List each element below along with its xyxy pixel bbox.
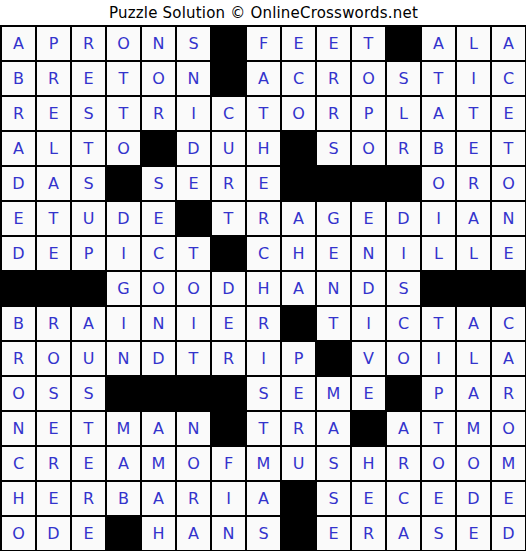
cell-r14c8: A — [247, 482, 280, 515]
cell-r14c14: D — [457, 482, 490, 515]
cell-r11c3: S — [72, 377, 105, 410]
title-bar: Puzzle Solution © OnlineCrosswords.net — [0, 0, 526, 25]
cell-r15c6: A — [177, 517, 210, 550]
cell-r7c12: I — [387, 237, 420, 270]
cell-r12c1: N — [2, 412, 35, 445]
cell-r5c2: A — [37, 167, 70, 200]
cell-r9c7: E — [212, 307, 245, 340]
cell-r1c13: A — [422, 27, 455, 60]
cell-r5c8: E — [247, 167, 280, 200]
black-cell-r8c14 — [457, 272, 490, 305]
cell-r8c10: N — [317, 272, 350, 305]
cell-r14c4: B — [107, 482, 140, 515]
cell-r12c12: A — [387, 412, 420, 445]
cell-r1c5: N — [142, 27, 175, 60]
cell-r6c1: E — [2, 202, 35, 235]
black-cell-r6c6 — [177, 202, 210, 235]
cell-r3c12: L — [387, 97, 420, 130]
cell-r4c8: H — [247, 132, 280, 165]
cell-r1c4: O — [107, 27, 140, 60]
cell-r2c5: O — [142, 62, 175, 95]
cell-r9c15: C — [492, 307, 525, 340]
cell-r12c8: T — [247, 412, 280, 445]
cell-r12c14: M — [457, 412, 490, 445]
cell-r8c7: D — [212, 272, 245, 305]
cell-r4c3: T — [72, 132, 105, 165]
cell-r2c8: A — [247, 62, 280, 95]
cell-r7c11: N — [352, 237, 385, 270]
black-cell-r14c9 — [282, 482, 315, 515]
cell-r2c4: T — [107, 62, 140, 95]
cell-r14c10: S — [317, 482, 350, 515]
cell-r3c13: A — [422, 97, 455, 130]
cell-r9c5: N — [142, 307, 175, 340]
black-cell-r10c10 — [317, 342, 350, 375]
cell-r13c9: U — [282, 447, 315, 480]
black-cell-r11c5 — [142, 377, 175, 410]
cell-r3c10: R — [317, 97, 350, 130]
black-cell-r8c1 — [2, 272, 35, 305]
cell-r4c15: T — [492, 132, 525, 165]
cell-r7c14: L — [457, 237, 490, 270]
cell-r5c15: O — [492, 167, 525, 200]
black-cell-r5c9 — [282, 167, 315, 200]
cell-r3c8: T — [247, 97, 280, 130]
black-cell-r5c12 — [387, 167, 420, 200]
cell-r2c3: E — [72, 62, 105, 95]
cell-r12c3: T — [72, 412, 105, 445]
cell-r6c5: E — [142, 202, 175, 235]
cell-r14c5: A — [142, 482, 175, 515]
cell-r5c14: R — [457, 167, 490, 200]
cell-r3c4: T — [107, 97, 140, 130]
cell-r7c9: H — [282, 237, 315, 270]
black-cell-r11c7 — [212, 377, 245, 410]
cell-r2c1: B — [2, 62, 35, 95]
cell-r6c10: G — [317, 202, 350, 235]
cell-r5c7: R — [212, 167, 245, 200]
cell-r11c2: S — [37, 377, 70, 410]
black-cell-r8c15 — [492, 272, 525, 305]
cell-r1c3: R — [72, 27, 105, 60]
cell-r10c5: D — [142, 342, 175, 375]
cell-r1c2: P — [37, 27, 70, 60]
cell-r5c5: S — [142, 167, 175, 200]
cell-r3c5: R — [142, 97, 175, 130]
cell-r9c4: I — [107, 307, 140, 340]
cell-r14c15: E — [492, 482, 525, 515]
black-cell-r5c10 — [317, 167, 350, 200]
cell-r15c3: E — [72, 517, 105, 550]
cell-r13c8: M — [247, 447, 280, 480]
cell-r7c6: T — [177, 237, 210, 270]
cell-r13c13: O — [422, 447, 455, 480]
cell-r10c8: I — [247, 342, 280, 375]
black-cell-r2c7 — [212, 62, 245, 95]
cell-r12c6: N — [177, 412, 210, 445]
cell-r14c2: E — [37, 482, 70, 515]
cell-r8c6: O — [177, 272, 210, 305]
cell-r13c14: O — [457, 447, 490, 480]
cell-r2c6: N — [177, 62, 210, 95]
black-cell-r15c4 — [107, 517, 140, 550]
cell-r1c14: L — [457, 27, 490, 60]
cell-r10c6: T — [177, 342, 210, 375]
cell-r14c12: C — [387, 482, 420, 515]
cell-r2c13: T — [422, 62, 455, 95]
cell-r10c15: A — [492, 342, 525, 375]
cell-r15c1: O — [2, 517, 35, 550]
black-cell-r8c3 — [72, 272, 105, 305]
cell-r13c12: R — [387, 447, 420, 480]
cell-r9c3: A — [72, 307, 105, 340]
cell-r9c13: T — [422, 307, 455, 340]
cell-r2c2: R — [37, 62, 70, 95]
cell-r7c13: L — [422, 237, 455, 270]
black-cell-r8c13 — [422, 272, 455, 305]
cell-r9c6: I — [177, 307, 210, 340]
cell-r6c11: E — [352, 202, 385, 235]
cell-r14c11: E — [352, 482, 385, 515]
cell-r14c6: R — [177, 482, 210, 515]
cell-r8c8: H — [247, 272, 280, 305]
cell-r11c9: E — [282, 377, 315, 410]
cell-r10c13: I — [422, 342, 455, 375]
black-cell-r5c11 — [352, 167, 385, 200]
cell-r12c5: A — [142, 412, 175, 445]
cell-r7c5: C — [142, 237, 175, 270]
cell-r12c4: M — [107, 412, 140, 445]
cell-r14c1: H — [2, 482, 35, 515]
cell-r4c11: O — [352, 132, 385, 165]
cell-r10c3: U — [72, 342, 105, 375]
cell-r9c10: T — [317, 307, 350, 340]
cell-r4c6: D — [177, 132, 210, 165]
cell-r7c4: I — [107, 237, 140, 270]
cell-r9c14: A — [457, 307, 490, 340]
cell-r10c7: R — [212, 342, 245, 375]
cell-r2c14: I — [457, 62, 490, 95]
cell-r5c1: D — [2, 167, 35, 200]
cell-r11c1: O — [2, 377, 35, 410]
cell-r3c14: T — [457, 97, 490, 130]
cell-r11c10: M — [317, 377, 350, 410]
cell-r6c2: T — [37, 202, 70, 235]
cell-r10c2: O — [37, 342, 70, 375]
cell-r3c6: I — [177, 97, 210, 130]
page-title: Puzzle Solution © OnlineCrosswords.net — [109, 4, 418, 22]
black-cell-r12c7 — [212, 412, 245, 445]
cell-r3c3: S — [72, 97, 105, 130]
cell-r6c3: U — [72, 202, 105, 235]
cell-r15c12: A — [387, 517, 420, 550]
cell-r4c1: A — [2, 132, 35, 165]
black-cell-r11c4 — [107, 377, 140, 410]
cell-r2c15: C — [492, 62, 525, 95]
cell-r13c6: O — [177, 447, 210, 480]
cell-r3c9: O — [282, 97, 315, 130]
cell-r8c5: O — [142, 272, 175, 305]
black-cell-r11c12 — [387, 377, 420, 410]
cell-r15c7: N — [212, 517, 245, 550]
cell-r10c11: V — [352, 342, 385, 375]
cell-r8c4: G — [107, 272, 140, 305]
cell-r4c10: S — [317, 132, 350, 165]
cell-r5c6: E — [177, 167, 210, 200]
cell-r6c14: A — [457, 202, 490, 235]
cell-r1c10: E — [317, 27, 350, 60]
cell-r6c15: N — [492, 202, 525, 235]
cell-r14c13: E — [422, 482, 455, 515]
cell-r11c15: R — [492, 377, 525, 410]
cell-r2c11: O — [352, 62, 385, 95]
cell-r8c9: A — [282, 272, 315, 305]
cell-r12c10: A — [317, 412, 350, 445]
black-cell-r4c9 — [282, 132, 315, 165]
cell-r12c9: R — [282, 412, 315, 445]
black-cell-r15c9 — [282, 517, 315, 550]
cell-r15c13: S — [422, 517, 455, 550]
puzzle-solution-page: Puzzle Solution © OnlineCrosswords.net A… — [0, 0, 526, 551]
cell-r10c4: N — [107, 342, 140, 375]
cell-r4c2: L — [37, 132, 70, 165]
cell-r13c3: E — [72, 447, 105, 480]
black-cell-r12c11 — [352, 412, 385, 445]
cell-r13c4: A — [107, 447, 140, 480]
cell-r9c8: R — [247, 307, 280, 340]
cell-r12c15: O — [492, 412, 525, 445]
cell-r9c12: C — [387, 307, 420, 340]
cell-r13c15: M — [492, 447, 525, 480]
black-cell-r9c9 — [282, 307, 315, 340]
cell-r10c12: O — [387, 342, 420, 375]
cell-r13c7: F — [212, 447, 245, 480]
cell-r1c15: A — [492, 27, 525, 60]
cell-r15c14: E — [457, 517, 490, 550]
cell-r11c13: P — [422, 377, 455, 410]
cell-r13c2: R — [37, 447, 70, 480]
cell-r9c11: I — [352, 307, 385, 340]
black-cell-r11c6 — [177, 377, 210, 410]
cell-r15c15: D — [492, 517, 525, 550]
cell-r12c13: T — [422, 412, 455, 445]
cell-r9c1: B — [2, 307, 35, 340]
cell-r10c14: L — [457, 342, 490, 375]
cell-r6c12: D — [387, 202, 420, 235]
cell-r3c7: C — [212, 97, 245, 130]
cell-r5c3: S — [72, 167, 105, 200]
cell-r1c11: T — [352, 27, 385, 60]
cell-r11c14: A — [457, 377, 490, 410]
black-cell-r4c5 — [142, 132, 175, 165]
cell-r7c10: E — [317, 237, 350, 270]
cell-r8c12: S — [387, 272, 420, 305]
cell-r15c10: E — [317, 517, 350, 550]
cell-r3c2: E — [37, 97, 70, 130]
cell-r6c8: R — [247, 202, 280, 235]
cell-r2c9: C — [282, 62, 315, 95]
cell-r11c11: E — [352, 377, 385, 410]
cell-r4c14: E — [457, 132, 490, 165]
cell-r15c11: R — [352, 517, 385, 550]
cell-r2c12: S — [387, 62, 420, 95]
cell-r1c1: A — [2, 27, 35, 60]
black-cell-r7c7 — [212, 237, 245, 270]
cell-r7c15: E — [492, 237, 525, 270]
cell-r8c11: D — [352, 272, 385, 305]
cell-r4c12: R — [387, 132, 420, 165]
cell-r1c9: E — [282, 27, 315, 60]
cell-r11c8: S — [247, 377, 280, 410]
cell-r15c8: S — [247, 517, 280, 550]
cell-r6c7: T — [212, 202, 245, 235]
cell-r3c11: P — [352, 97, 385, 130]
cell-r12c2: E — [37, 412, 70, 445]
cell-r7c3: P — [72, 237, 105, 270]
cell-r7c8: C — [247, 237, 280, 270]
cell-r10c9: P — [282, 342, 315, 375]
black-cell-r1c12 — [387, 27, 420, 60]
cell-r13c10: S — [317, 447, 350, 480]
cell-r9c2: R — [37, 307, 70, 340]
cell-r4c4: O — [107, 132, 140, 165]
cell-r10c1: R — [2, 342, 35, 375]
black-cell-r1c7 — [212, 27, 245, 60]
cell-r1c6: S — [177, 27, 210, 60]
cell-r2c10: R — [317, 62, 350, 95]
cell-r7c2: E — [37, 237, 70, 270]
cell-r6c9: A — [282, 202, 315, 235]
cell-r4c7: U — [212, 132, 245, 165]
cell-r15c2: D — [37, 517, 70, 550]
cell-r13c11: H — [352, 447, 385, 480]
cell-r15c5: H — [142, 517, 175, 550]
black-cell-r5c4 — [107, 167, 140, 200]
cell-r3c1: R — [2, 97, 35, 130]
cell-r14c3: R — [72, 482, 105, 515]
cell-r3c15: E — [492, 97, 525, 130]
cell-r14c7: I — [212, 482, 245, 515]
cell-r5c13: O — [422, 167, 455, 200]
crossword-grid: APRONSFEETALABRETONACROSTICRESTRICTORPLA… — [0, 25, 526, 551]
cell-r13c1: C — [2, 447, 35, 480]
cell-r13c5: M — [142, 447, 175, 480]
cell-r7c1: D — [2, 237, 35, 270]
cell-r6c13: I — [422, 202, 455, 235]
cell-r1c8: F — [247, 27, 280, 60]
black-cell-r8c2 — [37, 272, 70, 305]
cell-r6c4: D — [107, 202, 140, 235]
cell-r4c13: B — [422, 132, 455, 165]
